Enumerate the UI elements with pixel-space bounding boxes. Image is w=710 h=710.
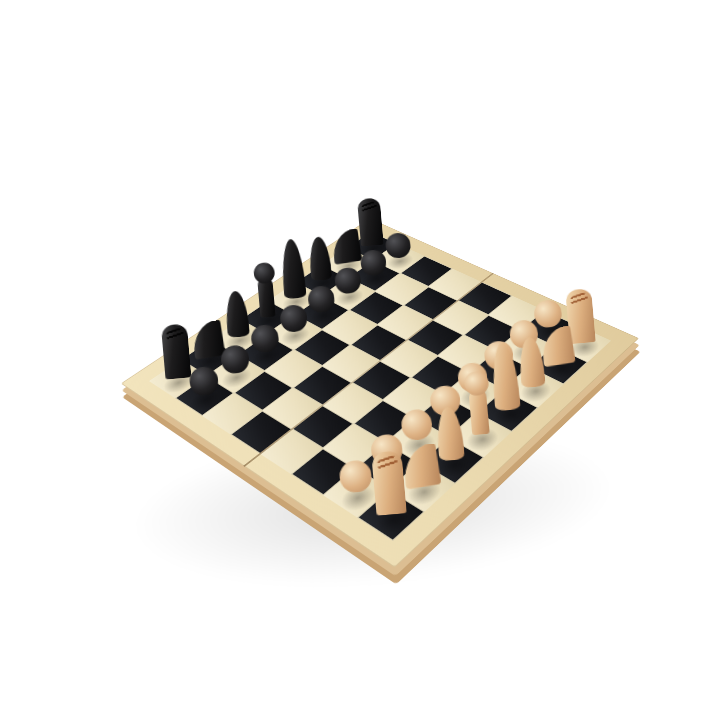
board-grid [149, 232, 611, 541]
square-d1 [449, 413, 512, 457]
square-d3 [383, 377, 443, 418]
square-c1 [420, 437, 484, 483]
square-a6 [202, 393, 262, 434]
square-e3 [411, 356, 470, 395]
square-b1 [389, 463, 455, 512]
scene [0, 0, 710, 710]
square-f2 [470, 351, 529, 390]
square-a5 [230, 411, 292, 454]
square-d4 [352, 361, 411, 400]
chess-board [121, 218, 639, 568]
square-b4 [292, 405, 354, 448]
square-e2 [443, 372, 503, 413]
square-a1 [357, 490, 424, 541]
square-c3 [354, 400, 416, 443]
square-g1 [529, 346, 588, 385]
square-c5 [293, 366, 352, 405]
square-b6 [234, 371, 293, 411]
square-a2 [323, 468, 389, 517]
square-b2 [355, 443, 419, 490]
board-frame [121, 218, 639, 568]
square-a7 [175, 376, 234, 416]
square-d2 [415, 395, 477, 438]
square-e1 [477, 390, 539, 432]
square-c4 [323, 383, 383, 424]
photo-background [0, 0, 710, 710]
camera-roll-wrapper [0, 0, 710, 710]
square-b3 [323, 424, 386, 469]
square-c2 [386, 418, 449, 463]
square-b5 [262, 388, 322, 429]
square-a4 [260, 429, 323, 474]
square-f1 [503, 367, 563, 407]
square-a3 [291, 448, 355, 495]
